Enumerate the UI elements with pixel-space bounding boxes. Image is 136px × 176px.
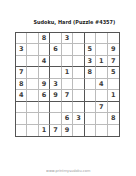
cell-r1c9[interactable] xyxy=(108,33,119,44)
cell-r5c7[interactable] xyxy=(85,79,96,90)
cell-r4c6[interactable] xyxy=(73,67,84,78)
cell-r2c6[interactable] xyxy=(73,44,84,55)
cell-r7c5[interactable] xyxy=(62,102,73,113)
cell-r4c5[interactable]: 1 xyxy=(62,67,73,78)
cell-r1c6[interactable] xyxy=(73,33,84,44)
cell-r7c3[interactable] xyxy=(39,102,50,113)
cell-r3c6[interactable] xyxy=(73,56,84,67)
cell-r3c7[interactable]: 3 xyxy=(85,56,96,67)
cell-r4c8[interactable] xyxy=(96,67,107,78)
cell-r1c2[interactable] xyxy=(27,33,38,44)
cell-r3c8[interactable]: 1 xyxy=(96,56,107,67)
cell-r4c2[interactable] xyxy=(27,67,38,78)
cell-r1c7[interactable] xyxy=(85,33,96,44)
footer-url: www.printmysudoku.com xyxy=(46,169,90,173)
cell-r9c6[interactable] xyxy=(73,125,84,136)
cell-r8c3[interactable] xyxy=(39,113,50,124)
cell-r7c8[interactable]: 7 xyxy=(96,102,107,113)
cell-r5c9[interactable] xyxy=(108,79,119,90)
cell-r8c6[interactable]: 3 xyxy=(73,113,84,124)
cell-r9c7[interactable] xyxy=(85,125,96,136)
cell-r2c2[interactable] xyxy=(27,44,38,55)
cell-r6c4[interactable]: 9 xyxy=(50,90,61,101)
cell-r5c5[interactable] xyxy=(62,79,73,90)
cell-r9c4[interactable]: 7 xyxy=(50,125,61,136)
cell-r6c7[interactable] xyxy=(85,90,96,101)
cell-r8c5[interactable]: 6 xyxy=(62,113,73,124)
cell-r2c3[interactable] xyxy=(39,44,50,55)
cell-r2c4[interactable]: 6 xyxy=(50,44,61,55)
cell-r1c8[interactable] xyxy=(96,33,107,44)
cell-r1c1[interactable] xyxy=(16,33,27,44)
cell-r6c9[interactable]: 1 xyxy=(108,90,119,101)
cell-r3c9[interactable]: 7 xyxy=(108,56,119,67)
cell-r9c8[interactable] xyxy=(96,125,107,136)
cell-r5c8[interactable]: 4 xyxy=(96,79,107,90)
cell-r5c6[interactable] xyxy=(73,79,84,90)
cell-r7c1[interactable] xyxy=(16,102,27,113)
cell-r4c1[interactable]: 7 xyxy=(16,67,27,78)
cell-r8c2[interactable] xyxy=(27,113,38,124)
cell-r6c3[interactable]: 6 xyxy=(39,90,50,101)
footer: www.printmysudoku.com xyxy=(0,160,136,176)
cell-r1c5[interactable]: 3 xyxy=(62,33,73,44)
cell-r1c3[interactable]: 8 xyxy=(39,33,50,44)
cell-r2c9[interactable]: 9 xyxy=(108,44,119,55)
sudoku-board: 833659431771858934469717638179 xyxy=(15,32,120,137)
puzzle-title: Sudoku, Hard (Puzzle #4357) xyxy=(0,13,136,32)
cell-r8c8[interactable] xyxy=(96,113,107,124)
cell-r5c2[interactable] xyxy=(27,79,38,90)
cell-r8c7[interactable] xyxy=(85,113,96,124)
cell-r9c9[interactable] xyxy=(108,125,119,136)
cell-r6c6[interactable] xyxy=(73,90,84,101)
cell-r7c6[interactable] xyxy=(73,102,84,113)
cell-r6c8[interactable] xyxy=(96,90,107,101)
cell-r2c1[interactable]: 3 xyxy=(16,44,27,55)
cell-r3c5[interactable] xyxy=(62,56,73,67)
cell-r5c4[interactable]: 3 xyxy=(50,79,61,90)
cell-r7c4[interactable] xyxy=(50,102,61,113)
sudoku-sheet: Sudoku, Hard (Puzzle #4357) 833659431771… xyxy=(0,0,136,176)
cell-r7c7[interactable] xyxy=(85,102,96,113)
cell-r4c3[interactable] xyxy=(39,67,50,78)
cell-r8c1[interactable] xyxy=(16,113,27,124)
puzzle-title-text: Sudoku, Hard (Puzzle #4357) xyxy=(33,20,115,26)
cell-r3c2[interactable] xyxy=(27,56,38,67)
cell-r2c5[interactable] xyxy=(62,44,73,55)
cell-r9c2[interactable] xyxy=(27,125,38,136)
cell-r1c4[interactable] xyxy=(50,33,61,44)
cell-r5c1[interactable]: 8 xyxy=(16,79,27,90)
cell-r2c7[interactable]: 5 xyxy=(85,44,96,55)
cell-r3c3[interactable]: 4 xyxy=(39,56,50,67)
cell-r6c5[interactable]: 7 xyxy=(62,90,73,101)
cell-r6c2[interactable] xyxy=(27,90,38,101)
cell-r7c2[interactable] xyxy=(27,102,38,113)
cell-r4c9[interactable]: 5 xyxy=(108,67,119,78)
cell-r4c4[interactable] xyxy=(50,67,61,78)
cell-r5c3[interactable]: 9 xyxy=(39,79,50,90)
cell-r9c3[interactable]: 1 xyxy=(39,125,50,136)
cell-r3c1[interactable] xyxy=(16,56,27,67)
cell-r6c1[interactable]: 4 xyxy=(16,90,27,101)
cell-r8c4[interactable] xyxy=(50,113,61,124)
cell-r4c7[interactable]: 8 xyxy=(85,67,96,78)
cell-r9c5[interactable]: 9 xyxy=(62,125,73,136)
cell-r7c9[interactable] xyxy=(108,102,119,113)
cell-r2c8[interactable] xyxy=(96,44,107,55)
cell-r3c4[interactable] xyxy=(50,56,61,67)
cell-r8c9[interactable]: 8 xyxy=(108,113,119,124)
cell-r9c1[interactable] xyxy=(16,125,27,136)
